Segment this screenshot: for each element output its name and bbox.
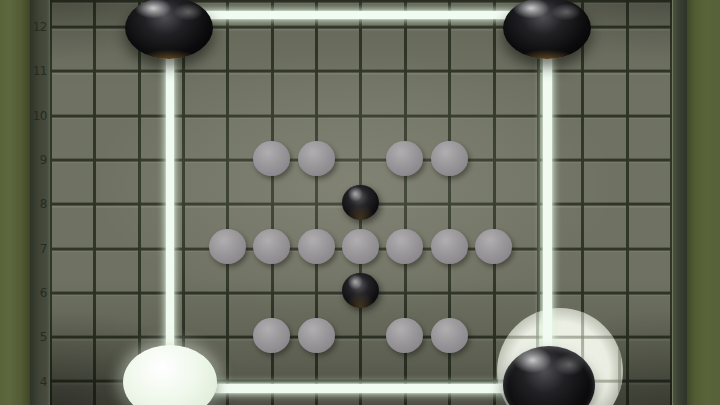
stone-F5[interactable] <box>253 318 290 353</box>
row-label-12: 12 <box>33 20 47 34</box>
stone-I5[interactable] <box>386 318 423 353</box>
stone-I9[interactable] <box>386 141 423 176</box>
table-felt-right <box>687 0 720 405</box>
row-label-7: 7 <box>40 242 47 256</box>
right-board-frame <box>672 0 687 405</box>
stone-J7[interactable] <box>431 229 468 264</box>
stone-J5[interactable] <box>431 318 468 353</box>
stone-G5[interactable] <box>298 318 335 353</box>
row-label-9: 9 <box>40 153 47 167</box>
stone-H7[interactable] <box>342 229 379 264</box>
row-label-4: 4 <box>40 375 47 389</box>
stone-G7[interactable] <box>298 229 335 264</box>
row-label-6: 6 <box>40 286 47 300</box>
row-label-5: 5 <box>40 330 47 344</box>
stone-K7[interactable] <box>475 229 512 264</box>
glow-line-top <box>166 11 551 19</box>
table-felt-left <box>0 0 30 405</box>
stone-E7[interactable] <box>209 229 246 264</box>
row-label-8: 8 <box>40 197 47 211</box>
left-coordinate-rail: 121110987654 <box>30 0 50 405</box>
game-scene: 121110987654 <box>0 0 720 405</box>
stone-G9[interactable] <box>298 141 335 176</box>
row-label-10: 10 <box>33 109 47 123</box>
stone-F9[interactable] <box>253 141 290 176</box>
stone-H8[interactable] <box>342 185 379 220</box>
glow-line-right <box>543 11 552 392</box>
glow-line-bottom <box>166 384 551 393</box>
glow-line-left <box>166 11 174 392</box>
stone-J9[interactable] <box>431 141 468 176</box>
row-label-11: 11 <box>33 64 47 78</box>
